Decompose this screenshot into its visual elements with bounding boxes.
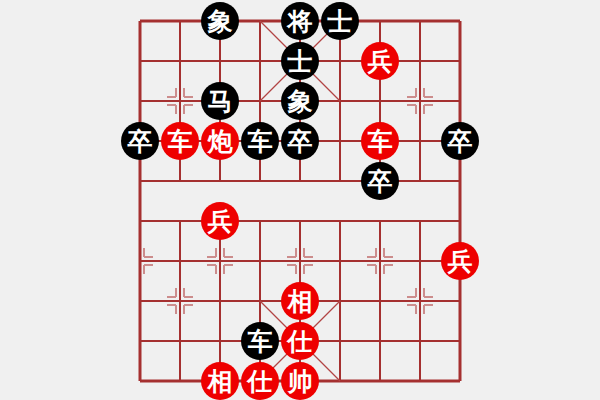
- point-2-7[interactable]: [200, 281, 240, 321]
- point-1-2[interactable]: [160, 81, 200, 121]
- black-elephant[interactable]: 象: [281, 82, 319, 120]
- black-advisor[interactable]: 士: [321, 2, 359, 40]
- point-6-8[interactable]: [360, 321, 400, 361]
- point-0-0[interactable]: [120, 1, 160, 41]
- point-2-4[interactable]: [200, 161, 240, 201]
- point-3-3[interactable]: 车: [240, 121, 280, 161]
- point-3-6[interactable]: [240, 241, 280, 281]
- point-5-8[interactable]: [320, 321, 360, 361]
- point-5-1[interactable]: [320, 41, 360, 81]
- red-pawn[interactable]: 兵: [441, 242, 479, 280]
- point-2-0[interactable]: 象: [200, 1, 240, 41]
- point-5-2[interactable]: [320, 81, 360, 121]
- black-advisor[interactable]: 士: [281, 42, 319, 80]
- red-general[interactable]: 帅: [281, 362, 319, 400]
- point-1-7[interactable]: [160, 281, 200, 321]
- point-8-9[interactable]: [440, 361, 480, 400]
- point-6-6[interactable]: [360, 241, 400, 281]
- red-pawn[interactable]: 兵: [361, 42, 399, 80]
- point-0-7[interactable]: [120, 281, 160, 321]
- xiangqi-board-view: 象将士士兵马象卒车炮车卒车卒卒兵兵相车仕相仕帅: [0, 0, 600, 400]
- point-4-7[interactable]: 相: [280, 281, 320, 321]
- point-7-7[interactable]: [400, 281, 440, 321]
- point-4-1[interactable]: 士: [280, 41, 320, 81]
- point-6-4[interactable]: 卒: [360, 161, 400, 201]
- red-advisor[interactable]: 仕: [241, 362, 279, 400]
- point-2-6[interactable]: [200, 241, 240, 281]
- black-pawn[interactable]: 卒: [441, 122, 479, 160]
- point-0-1[interactable]: [120, 41, 160, 81]
- point-0-4[interactable]: [120, 161, 160, 201]
- black-general[interactable]: 将: [281, 2, 319, 40]
- point-5-9[interactable]: [320, 361, 360, 400]
- red-pawn[interactable]: 兵: [201, 202, 239, 240]
- point-3-9[interactable]: 仕: [240, 361, 280, 400]
- point-2-9[interactable]: 相: [200, 361, 240, 400]
- point-6-2[interactable]: [360, 81, 400, 121]
- point-6-3[interactable]: 车: [360, 121, 400, 161]
- point-4-4[interactable]: [280, 161, 320, 201]
- black-elephant[interactable]: 象: [201, 2, 239, 40]
- point-6-7[interactable]: [360, 281, 400, 321]
- red-elephant[interactable]: 相: [281, 282, 319, 320]
- point-6-0[interactable]: [360, 1, 400, 41]
- point-7-9[interactable]: [400, 361, 440, 400]
- point-0-9[interactable]: [120, 361, 160, 400]
- black-pawn[interactable]: 卒: [281, 122, 319, 160]
- point-5-6[interactable]: [320, 241, 360, 281]
- point-2-3[interactable]: 炮: [200, 121, 240, 161]
- black-horse[interactable]: 马: [201, 82, 239, 120]
- point-6-1[interactable]: 兵: [360, 41, 400, 81]
- point-8-1[interactable]: [440, 41, 480, 81]
- point-2-1[interactable]: [200, 41, 240, 81]
- point-7-4[interactable]: [400, 161, 440, 201]
- black-chariot[interactable]: 车: [241, 122, 279, 160]
- point-4-8[interactable]: 仕: [280, 321, 320, 361]
- point-5-3[interactable]: [320, 121, 360, 161]
- point-8-6[interactable]: 兵: [440, 241, 480, 281]
- point-3-4[interactable]: [240, 161, 280, 201]
- point-0-5[interactable]: [120, 201, 160, 241]
- point-3-0[interactable]: [240, 1, 280, 41]
- black-chariot[interactable]: 车: [241, 322, 279, 360]
- point-4-0[interactable]: 将: [280, 1, 320, 41]
- point-2-8[interactable]: [200, 321, 240, 361]
- point-3-1[interactable]: [240, 41, 280, 81]
- red-cannon[interactable]: 炮: [201, 122, 239, 160]
- point-5-4[interactable]: [320, 161, 360, 201]
- point-0-3[interactable]: 卒: [120, 121, 160, 161]
- point-1-8[interactable]: [160, 321, 200, 361]
- red-chariot[interactable]: 车: [161, 122, 199, 160]
- point-7-3[interactable]: [400, 121, 440, 161]
- point-3-5[interactable]: [240, 201, 280, 241]
- point-5-5[interactable]: [320, 201, 360, 241]
- point-7-2[interactable]: [400, 81, 440, 121]
- point-1-6[interactable]: [160, 241, 200, 281]
- point-1-3[interactable]: 车: [160, 121, 200, 161]
- point-3-2[interactable]: [240, 81, 280, 121]
- point-1-1[interactable]: [160, 41, 200, 81]
- point-8-4[interactable]: [440, 161, 480, 201]
- point-4-9[interactable]: 帅: [280, 361, 320, 400]
- point-2-2[interactable]: 马: [200, 81, 240, 121]
- point-8-2[interactable]: [440, 81, 480, 121]
- point-7-1[interactable]: [400, 41, 440, 81]
- point-7-5[interactable]: [400, 201, 440, 241]
- point-7-8[interactable]: [400, 321, 440, 361]
- point-8-3[interactable]: 卒: [440, 121, 480, 161]
- point-1-9[interactable]: [160, 361, 200, 400]
- point-7-0[interactable]: [400, 1, 440, 41]
- point-0-6[interactable]: [120, 241, 160, 281]
- point-6-9[interactable]: [360, 361, 400, 400]
- point-4-5[interactable]: [280, 201, 320, 241]
- point-0-2[interactable]: [120, 81, 160, 121]
- point-5-0[interactable]: 士: [320, 1, 360, 41]
- red-elephant[interactable]: 相: [201, 362, 239, 400]
- black-pawn[interactable]: 卒: [121, 122, 159, 160]
- point-8-5[interactable]: [440, 201, 480, 241]
- point-3-7[interactable]: [240, 281, 280, 321]
- point-1-4[interactable]: [160, 161, 200, 201]
- point-2-5[interactable]: 兵: [200, 201, 240, 241]
- point-3-8[interactable]: 车: [240, 321, 280, 361]
- red-chariot[interactable]: 车: [361, 122, 399, 160]
- point-4-2[interactable]: 象: [280, 81, 320, 121]
- point-8-7[interactable]: [440, 281, 480, 321]
- point-6-5[interactable]: [360, 201, 400, 241]
- point-0-8[interactable]: [120, 321, 160, 361]
- point-8-0[interactable]: [440, 1, 480, 41]
- point-1-5[interactable]: [160, 201, 200, 241]
- point-4-3[interactable]: 卒: [280, 121, 320, 161]
- black-pawn[interactable]: 卒: [361, 162, 399, 200]
- board-grid: 象将士士兵马象卒车炮车卒车卒卒兵兵相车仕相仕帅: [120, 1, 480, 400]
- point-1-0[interactable]: [160, 1, 200, 41]
- red-advisor[interactable]: 仕: [281, 322, 319, 360]
- point-4-6[interactable]: [280, 241, 320, 281]
- point-8-8[interactable]: [440, 321, 480, 361]
- point-5-7[interactable]: [320, 281, 360, 321]
- point-7-6[interactable]: [400, 241, 440, 281]
